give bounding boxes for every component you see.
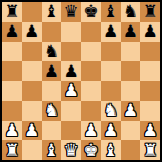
square-g1[interactable] [121, 140, 141, 160]
square-c1[interactable]: ♝ [42, 140, 62, 160]
black-king[interactable]: ♚ [83, 3, 98, 20]
square-e7[interactable] [81, 22, 101, 42]
square-d8[interactable]: ♛ [61, 2, 81, 22]
white-rook[interactable]: ♜ [143, 142, 158, 159]
white-pawn[interactable]: ♟ [4, 122, 19, 139]
square-g8[interactable]: ♞ [121, 2, 141, 22]
square-g5[interactable] [121, 61, 141, 81]
white-pawn[interactable]: ♟ [143, 122, 158, 139]
white-pawn[interactable]: ♟ [103, 122, 118, 139]
square-g3[interactable]: ♟ [121, 101, 141, 121]
square-g2[interactable] [121, 121, 141, 141]
white-pawn[interactable]: ♟ [24, 122, 39, 139]
square-b8[interactable] [22, 2, 42, 22]
square-f1[interactable]: ♝ [101, 140, 121, 160]
square-a6[interactable] [2, 42, 22, 62]
square-c5[interactable]: ♟ [42, 61, 62, 81]
black-pawn[interactable]: ♟ [123, 23, 138, 40]
square-h4[interactable] [140, 81, 160, 101]
white-king[interactable]: ♚ [83, 142, 98, 159]
square-e5[interactable] [81, 61, 101, 81]
square-d5[interactable]: ♟ [61, 61, 81, 81]
white-rook[interactable]: ♜ [4, 142, 19, 159]
square-a5[interactable] [2, 61, 22, 81]
square-h3[interactable] [140, 101, 160, 121]
square-d6[interactable] [61, 42, 81, 62]
square-a1[interactable]: ♜ [2, 140, 22, 160]
square-a2[interactable]: ♟ [2, 121, 22, 141]
white-pawn[interactable]: ♟ [83, 122, 98, 139]
square-c4[interactable] [42, 81, 62, 101]
square-f2[interactable]: ♟ [101, 121, 121, 141]
square-e6[interactable] [81, 42, 101, 62]
square-f6[interactable] [101, 42, 121, 62]
square-e4[interactable] [81, 81, 101, 101]
square-f7[interactable]: ♟ [101, 22, 121, 42]
square-b5[interactable] [22, 61, 42, 81]
square-e8[interactable]: ♚ [81, 2, 101, 22]
square-b7[interactable]: ♟ [22, 22, 42, 42]
square-h6[interactable] [140, 42, 160, 62]
square-e2[interactable]: ♟ [81, 121, 101, 141]
square-b3[interactable] [22, 101, 42, 121]
square-f4[interactable] [101, 81, 121, 101]
black-knight[interactable]: ♞ [123, 3, 138, 20]
square-c3[interactable]: ♞ [42, 101, 62, 121]
square-b2[interactable]: ♟ [22, 121, 42, 141]
square-a4[interactable] [2, 81, 22, 101]
black-queen[interactable]: ♛ [64, 3, 79, 20]
square-e3[interactable] [81, 101, 101, 121]
white-pawn[interactable]: ♟ [64, 82, 79, 99]
square-h7[interactable]: ♟ [140, 22, 160, 42]
black-bishop[interactable]: ♝ [44, 3, 59, 20]
square-h2[interactable]: ♟ [140, 121, 160, 141]
square-f8[interactable]: ♝ [101, 2, 121, 22]
square-b4[interactable] [22, 81, 42, 101]
white-bishop[interactable]: ♝ [44, 142, 59, 159]
white-knight[interactable]: ♞ [103, 102, 118, 119]
square-d3[interactable] [61, 101, 81, 121]
square-a3[interactable] [2, 101, 22, 121]
square-d1[interactable]: ♛ [61, 140, 81, 160]
square-f5[interactable] [101, 61, 121, 81]
square-h5[interactable] [140, 61, 160, 81]
square-d4[interactable]: ♟ [61, 81, 81, 101]
square-h8[interactable]: ♜ [140, 2, 160, 22]
chess-board-wrapper: ♜♝♛♚♝♞♜♟♟♟♟♟♞♟♟♟♞♞♟♟♟♟♟♟♜♝♛♚♝♜ [0, 0, 162, 162]
square-c8[interactable]: ♝ [42, 2, 62, 22]
white-knight[interactable]: ♞ [44, 102, 59, 119]
square-d2[interactable] [61, 121, 81, 141]
square-c6[interactable]: ♞ [42, 42, 62, 62]
square-g4[interactable] [121, 81, 141, 101]
square-b1[interactable] [22, 140, 42, 160]
square-g7[interactable]: ♟ [121, 22, 141, 42]
black-pawn[interactable]: ♟ [143, 23, 158, 40]
black-bishop[interactable]: ♝ [103, 3, 118, 20]
square-d7[interactable] [61, 22, 81, 42]
black-knight[interactable]: ♞ [44, 43, 59, 60]
chess-board: ♜♝♛♚♝♞♜♟♟♟♟♟♞♟♟♟♞♞♟♟♟♟♟♟♜♝♛♚♝♜ [0, 0, 162, 162]
square-c7[interactable] [42, 22, 62, 42]
black-pawn[interactable]: ♟ [103, 23, 118, 40]
square-e1[interactable]: ♚ [81, 140, 101, 160]
square-g6[interactable] [121, 42, 141, 62]
square-a8[interactable]: ♜ [2, 2, 22, 22]
black-pawn[interactable]: ♟ [64, 63, 79, 80]
white-pawn[interactable]: ♟ [123, 102, 138, 119]
black-pawn[interactable]: ♟ [24, 23, 39, 40]
black-pawn[interactable]: ♟ [4, 23, 19, 40]
black-rook[interactable]: ♜ [143, 3, 158, 20]
black-pawn[interactable]: ♟ [44, 63, 59, 80]
square-b6[interactable] [22, 42, 42, 62]
square-f3[interactable]: ♞ [101, 101, 121, 121]
white-bishop[interactable]: ♝ [103, 142, 118, 159]
white-queen[interactable]: ♛ [64, 142, 79, 159]
square-a7[interactable]: ♟ [2, 22, 22, 42]
square-c2[interactable] [42, 121, 62, 141]
square-h1[interactable]: ♜ [140, 140, 160, 160]
black-rook[interactable]: ♜ [4, 3, 19, 20]
